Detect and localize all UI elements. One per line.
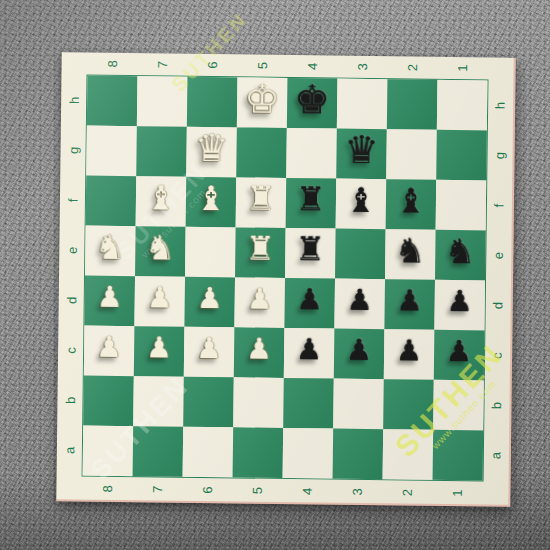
- file-label-right-b: b: [489, 402, 504, 409]
- rank-label-top-4: 4: [305, 63, 320, 70]
- black-pawn-c3: ♟: [334, 325, 385, 376]
- square-f4: ♜: [286, 178, 337, 229]
- rank-label-bottom-8: 8: [100, 485, 115, 492]
- square-d3: ♟: [334, 279, 385, 330]
- square-b2: [383, 379, 434, 430]
- square-f1: [436, 180, 487, 231]
- black-pawn-c4: ♟: [284, 324, 335, 375]
- white-pawn-d6: ♟: [184, 273, 235, 324]
- square-g3: ♛: [336, 129, 387, 180]
- rank-label-bottom-1: 1: [450, 489, 465, 496]
- square-c3: ♟: [334, 329, 385, 380]
- black-pawn-d2: ♟: [384, 275, 435, 326]
- black-rook-f4: ♜: [286, 174, 337, 225]
- black-king-h4: ♚: [287, 74, 338, 125]
- white-pawn-c6: ♟: [184, 323, 235, 374]
- file-label-right-h: h: [493, 102, 508, 109]
- square-f2: ♝: [386, 179, 437, 230]
- square-h3: [337, 79, 388, 130]
- square-h5: ♚: [237, 77, 288, 128]
- black-knight-e2: ♞: [385, 225, 436, 276]
- rank-label-top-1: 1: [455, 64, 470, 71]
- rank-label-top-5: 5: [255, 62, 270, 69]
- file-label-left-a: a: [62, 447, 77, 454]
- photo-scene: ♚♚♛♛♝♝♜♜♝♝♞♞♜♜♞♞♟♟♟♟♟♟♟♟♟♟♟♟♟♟♟♟ 8877665…: [0, 0, 550, 550]
- white-knight-e7: ♞: [135, 222, 186, 273]
- rank-label-bottom-3: 3: [350, 488, 365, 495]
- square-b6: [183, 377, 234, 428]
- square-b5: [233, 377, 284, 428]
- white-pawn-c5: ♟: [234, 323, 285, 374]
- square-a5: [233, 427, 284, 478]
- square-h1: [437, 80, 488, 131]
- square-b8: [83, 376, 134, 427]
- rank-label-top-6: 6: [205, 61, 220, 68]
- file-label-right-a: a: [488, 452, 503, 459]
- white-pawn-c7: ♟: [134, 322, 185, 373]
- square-d5: ♟: [234, 277, 285, 328]
- square-f6: ♝: [186, 177, 237, 228]
- square-a8: [83, 426, 134, 477]
- white-bishop-f6: ♝: [186, 173, 237, 224]
- square-d1: ♟: [434, 280, 485, 331]
- white-queen-g6: ♛: [186, 123, 237, 174]
- square-e7: ♞: [135, 226, 186, 277]
- square-a4: [283, 428, 334, 479]
- square-e2: ♞: [385, 229, 436, 280]
- file-label-right-d: d: [490, 302, 505, 309]
- rank-label-bottom-6: 6: [200, 486, 215, 493]
- square-a3: [333, 429, 384, 480]
- square-d4: ♟: [284, 278, 335, 329]
- square-d6: ♟: [184, 277, 235, 328]
- square-g1: [436, 130, 487, 181]
- black-pawn-d3: ♟: [334, 275, 385, 326]
- black-knight-e1: ♞: [435, 226, 486, 277]
- file-label-left-b: b: [63, 397, 78, 404]
- white-rook-e5: ♜: [235, 223, 286, 274]
- black-bishop-f3: ♝: [336, 175, 387, 226]
- square-e3: [335, 229, 386, 280]
- white-knight-e8: ♞: [85, 222, 136, 273]
- rank-label-bottom-2: 2: [400, 489, 415, 496]
- file-label-left-f: f: [65, 198, 80, 202]
- square-b7: [133, 376, 184, 427]
- file-label-left-h: h: [67, 97, 82, 104]
- square-b1: [433, 380, 484, 431]
- white-bishop-f7: ♝: [136, 172, 187, 223]
- file-label-left-c: c: [64, 347, 79, 354]
- square-b4: [283, 378, 334, 429]
- rank-label-top-8: 8: [105, 60, 120, 67]
- square-g8: [86, 126, 137, 177]
- rank-label-top-3: 3: [355, 63, 370, 70]
- square-g7: [136, 126, 187, 177]
- square-c2: ♟: [384, 329, 435, 380]
- square-e8: ♞: [85, 226, 136, 277]
- file-label-right-e: e: [491, 252, 506, 259]
- board-grid: ♚♚♛♛♝♝♜♜♝♝♞♞♜♜♞♞♟♟♟♟♟♟♟♟♟♟♟♟♟♟♟♟: [83, 76, 488, 481]
- rank-label-bottom-5: 5: [250, 487, 265, 494]
- square-b3: [333, 379, 384, 430]
- square-e5: ♜: [235, 227, 286, 278]
- rank-label-top-2: 2: [405, 64, 420, 71]
- square-a6: [183, 427, 234, 478]
- square-h7: [137, 76, 188, 127]
- file-label-left-g: g: [66, 147, 81, 154]
- square-f3: ♝: [336, 179, 387, 230]
- square-d2: ♟: [384, 279, 435, 330]
- rank-label-bottom-7: 7: [150, 486, 165, 493]
- square-h4: ♚: [287, 78, 338, 129]
- square-d8: ♟: [84, 276, 135, 327]
- white-pawn-d5: ♟: [234, 273, 285, 324]
- square-e4: ♜: [285, 228, 336, 279]
- square-a2: [383, 429, 434, 480]
- file-label-right-f: f: [491, 204, 506, 208]
- file-label-left-e: e: [65, 247, 80, 254]
- square-c8: ♟: [84, 326, 135, 377]
- square-c5: ♟: [234, 327, 285, 378]
- white-pawn-c8: ♟: [84, 322, 135, 373]
- square-g5: [236, 127, 287, 178]
- square-c6: ♟: [184, 327, 235, 378]
- square-h2: [387, 79, 438, 130]
- rank-label-bottom-4: 4: [300, 488, 315, 495]
- square-c1: ♟: [434, 330, 485, 381]
- chess-board: ♚♚♛♛♝♝♜♜♝♝♞♞♜♜♞♞♟♟♟♟♟♟♟♟♟♟♟♟♟♟♟♟ 8877665…: [56, 52, 515, 507]
- black-rook-e4: ♜: [285, 224, 336, 275]
- file-label-right-c: c: [490, 352, 505, 359]
- black-pawn-d4: ♟: [284, 274, 335, 325]
- square-c7: ♟: [134, 326, 185, 377]
- square-a7: [133, 426, 184, 477]
- white-pawn-d7: ♟: [134, 272, 185, 323]
- square-h8: [87, 76, 138, 127]
- file-label-right-g: g: [492, 152, 507, 159]
- square-f7: ♝: [136, 176, 187, 227]
- square-h6: [187, 77, 238, 128]
- file-label-left-d: d: [64, 297, 79, 304]
- black-pawn-c2: ♟: [384, 325, 435, 376]
- square-g4: [286, 128, 337, 179]
- square-g2: [386, 129, 437, 180]
- white-king-h5: ♚: [237, 73, 288, 124]
- square-e6: [185, 227, 236, 278]
- rank-label-top-7: 7: [155, 61, 170, 68]
- square-g6: ♛: [186, 127, 237, 178]
- square-a1: [433, 430, 484, 481]
- square-f5: ♜: [236, 177, 287, 228]
- black-bishop-f2: ♝: [386, 175, 437, 226]
- square-f8: [86, 176, 137, 227]
- square-c4: ♟: [284, 328, 335, 379]
- square-e1: ♞: [435, 230, 486, 281]
- black-pawn-d1: ♟: [434, 276, 485, 327]
- white-pawn-d8: ♟: [84, 272, 135, 323]
- black-pawn-c1: ♟: [434, 326, 485, 377]
- square-d7: ♟: [134, 276, 185, 327]
- black-queen-g3: ♛: [336, 125, 387, 176]
- white-rook-f5: ♜: [236, 173, 287, 224]
